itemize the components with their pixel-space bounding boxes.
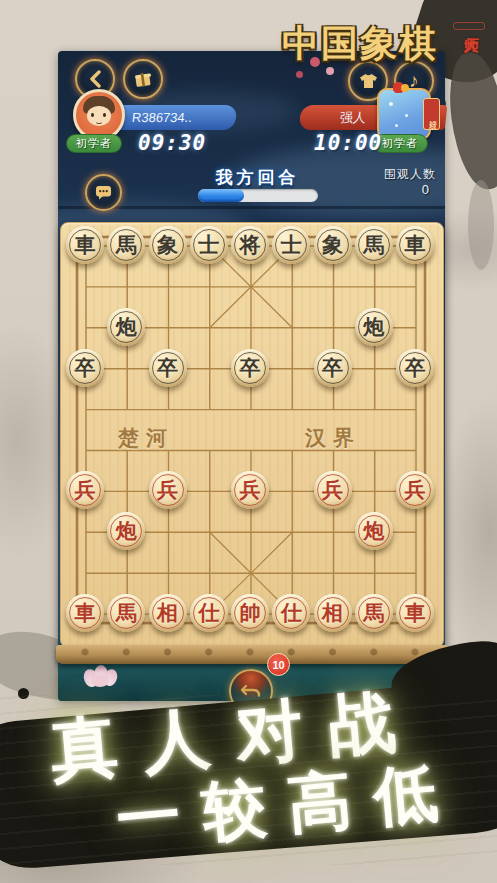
board-intersection[interactable] — [271, 265, 312, 306]
board-intersection[interactable] — [106, 429, 147, 470]
board-intersection[interactable] — [271, 429, 312, 470]
right-player-timer: 10:00 — [314, 131, 382, 155]
red-piece[interactable]: 兵 — [149, 471, 187, 509]
spectators-count: 0 — [361, 182, 429, 197]
shirt-icon — [359, 73, 378, 89]
board-intersection[interactable]: 卒 — [394, 347, 435, 388]
board-intersection[interactable]: 馬 — [106, 225, 147, 266]
board-intersection[interactable] — [188, 347, 229, 388]
board-intersection[interactable]: 帥 — [229, 593, 270, 634]
board-intersection[interactable] — [229, 552, 270, 593]
board-intersection[interactable]: 仕 — [188, 593, 229, 634]
board-intersection[interactable] — [106, 347, 147, 388]
board-intersection[interactable] — [353, 429, 394, 470]
board-intersection[interactable] — [106, 265, 147, 306]
master-badge: 大师 — [453, 22, 485, 30]
black-piece[interactable]: 炮 — [355, 308, 393, 346]
ink-dot — [8, 852, 21, 865]
right-player-rank: 初学者 — [382, 137, 418, 149]
red-piece[interactable]: 車 — [66, 594, 104, 632]
board-ledge — [56, 645, 448, 664]
left-player-name: R386734.. — [131, 110, 193, 125]
board-intersection[interactable] — [312, 265, 353, 306]
board-intersection[interactable]: 車 — [64, 225, 105, 266]
left-player-timer: 09:30 — [138, 131, 206, 155]
black-piece[interactable]: 卒 — [66, 349, 104, 387]
red-piece[interactable]: 帥 — [231, 594, 269, 632]
board-intersection[interactable]: 兵 — [394, 470, 435, 511]
board-intersection[interactable] — [312, 388, 353, 429]
red-piece[interactable]: 相 — [149, 594, 187, 632]
board-intersection[interactable]: 炮 — [353, 306, 394, 347]
board-intersection[interactable] — [106, 552, 147, 593]
board-intersection[interactable] — [64, 388, 105, 429]
left-player-rank-badge: 初学者 — [66, 134, 122, 153]
board-intersection[interactable] — [312, 511, 353, 552]
lucky-envelope-tag: 好运 — [423, 98, 440, 130]
black-piece[interactable]: 馬 — [355, 226, 393, 264]
board-intersection[interactable] — [312, 429, 353, 470]
black-piece[interactable]: 卒 — [231, 349, 269, 387]
board-intersection[interactable]: 炮 — [106, 306, 147, 347]
red-piece[interactable]: 馬 — [107, 594, 145, 632]
board-intersection[interactable]: 卒 — [312, 347, 353, 388]
left-player-name-plate: R386734.. — [115, 105, 238, 130]
board-intersection[interactable]: 象 — [147, 225, 188, 266]
board-intersection[interactable]: 相 — [147, 593, 188, 634]
board-intersection[interactable]: 兵 — [147, 470, 188, 511]
board-intersection[interactable] — [394, 388, 435, 429]
board-intersection[interactable]: 兵 — [64, 470, 105, 511]
black-piece[interactable]: 象 — [314, 226, 352, 264]
board-intersection[interactable]: 馬 — [353, 593, 394, 634]
board-intersection[interactable] — [147, 552, 188, 593]
board-intersection[interactable]: 将 — [229, 225, 270, 266]
board-intersection[interactable] — [147, 511, 188, 552]
right-player-name: 强人 — [339, 110, 367, 125]
turn-progress-bar — [198, 189, 318, 202]
board-intersection[interactable] — [394, 265, 435, 306]
board-intersection[interactable] — [188, 388, 229, 429]
ink-wash-right — [468, 180, 494, 270]
board-intersection[interactable] — [353, 347, 394, 388]
lotus-flower — [80, 659, 120, 693]
black-piece[interactable]: 卒 — [396, 349, 434, 387]
right-player-avatar[interactable]: 好运 — [377, 88, 431, 140]
board-intersection[interactable] — [271, 306, 312, 347]
board-intersection[interactable]: 炮 — [353, 511, 394, 552]
board-intersection[interactable]: 兵 — [312, 470, 353, 511]
red-piece[interactable]: 兵 — [231, 471, 269, 509]
app-title: 中国象棋 — [282, 19, 438, 69]
board-intersection[interactable] — [188, 306, 229, 347]
board-intersection[interactable]: 相 — [312, 593, 353, 634]
board-intersection[interactable]: 車 — [394, 593, 435, 634]
board-intersection[interactable] — [394, 306, 435, 347]
board-intersection[interactable] — [147, 306, 188, 347]
gift-button[interactable] — [123, 59, 163, 99]
black-piece[interactable]: 象 — [149, 226, 187, 264]
board-intersection[interactable] — [64, 511, 105, 552]
screen: 中国象棋 大师 — [0, 0, 497, 883]
undo-count-badge: 10 — [267, 653, 290, 676]
ink-dot — [478, 664, 487, 673]
board-intersection[interactable]: 車 — [394, 225, 435, 266]
ink-dot — [18, 688, 29, 699]
board-intersection[interactable]: 士 — [188, 225, 229, 266]
blossom-decoration — [296, 71, 303, 78]
board-intersection[interactable] — [188, 470, 229, 511]
red-piece[interactable]: 相 — [314, 594, 352, 632]
ink-dot — [462, 700, 476, 714]
board-intersection[interactable] — [312, 552, 353, 593]
board-intersection[interactable] — [271, 347, 312, 388]
red-piece[interactable]: 兵 — [314, 471, 352, 509]
black-piece[interactable]: 車 — [396, 226, 434, 264]
panel-divider — [58, 206, 445, 209]
board-intersection[interactable]: 車 — [64, 593, 105, 634]
chat-button[interactable] — [85, 174, 122, 211]
board-intersection[interactable] — [106, 470, 147, 511]
board-intersection[interactable]: 兵 — [229, 470, 270, 511]
board-intersection[interactable] — [188, 265, 229, 306]
board-intersection[interactable] — [353, 388, 394, 429]
board-intersection[interactable] — [353, 552, 394, 593]
board-intersection[interactable] — [271, 388, 312, 429]
board-intersection[interactable] — [106, 388, 147, 429]
red-piece[interactable]: 仕 — [190, 594, 228, 632]
red-piece[interactable]: 車 — [396, 594, 434, 632]
board-intersection[interactable] — [147, 388, 188, 429]
red-piece[interactable]: 炮 — [355, 512, 393, 550]
board-intersection[interactable]: 仕 — [271, 593, 312, 634]
board-intersection[interactable] — [229, 511, 270, 552]
red-piece[interactable]: 仕 — [272, 594, 310, 632]
red-piece[interactable]: 馬 — [355, 594, 393, 632]
board-intersection[interactable] — [64, 552, 105, 593]
board-intersection[interactable] — [271, 470, 312, 511]
board-intersection[interactable] — [271, 511, 312, 552]
board-intersection[interactable]: 馬 — [353, 225, 394, 266]
chat-bubble-icon — [95, 185, 112, 200]
board-intersection[interactable]: 卒 — [147, 347, 188, 388]
board-intersection[interactable] — [312, 306, 353, 347]
board-intersection[interactable] — [394, 552, 435, 593]
black-piece[interactable]: 卒 — [314, 349, 352, 387]
board-intersection[interactable]: 卒 — [64, 347, 105, 388]
black-piece[interactable]: 卒 — [149, 349, 187, 387]
ribbon-bow-icon — [393, 82, 417, 94]
board-intersection[interactable] — [394, 511, 435, 552]
board-intersection[interactable] — [147, 265, 188, 306]
black-piece[interactable]: 馬 — [107, 226, 145, 264]
turn-indicator: 我方回合 — [180, 166, 335, 189]
board-intersection[interactable]: 卒 — [229, 347, 270, 388]
board-intersection[interactable] — [353, 470, 394, 511]
turn-progress-fill — [198, 189, 244, 202]
black-piece[interactable]: 車 — [66, 226, 104, 264]
black-piece[interactable]: 炮 — [107, 308, 145, 346]
board-intersection[interactable] — [271, 552, 312, 593]
board-intersection[interactable] — [229, 306, 270, 347]
board-intersection[interactable] — [188, 429, 229, 470]
board-intersection[interactable]: 士 — [271, 225, 312, 266]
board-intersection[interactable]: 炮 — [106, 511, 147, 552]
board-intersection[interactable] — [147, 429, 188, 470]
board-intersection[interactable] — [229, 265, 270, 306]
red-piece[interactable]: 兵 — [66, 471, 104, 509]
black-piece[interactable]: 将 — [231, 226, 269, 264]
spectators-label: 围观人数 — [361, 166, 436, 183]
red-piece[interactable]: 兵 — [396, 471, 434, 509]
board-intersection[interactable] — [188, 511, 229, 552]
board-grid: 車馬象士将士象馬車炮炮卒卒卒卒卒兵兵兵兵兵炮炮車馬相仕帥仕相馬車 — [64, 225, 435, 634]
board-intersection[interactable] — [64, 429, 105, 470]
board-intersection[interactable]: 馬 — [106, 593, 147, 634]
board-intersection[interactable] — [229, 388, 270, 429]
board-intersection[interactable] — [64, 306, 105, 347]
board-intersection[interactable] — [353, 265, 394, 306]
board-intersection[interactable]: 象 — [312, 225, 353, 266]
gift-icon — [134, 71, 152, 88]
board-intersection[interactable] — [64, 265, 105, 306]
left-player-rank: 初学者 — [76, 137, 112, 149]
board-intersection[interactable] — [394, 429, 435, 470]
chevron-left-icon — [88, 70, 102, 88]
red-piece[interactable]: 炮 — [107, 512, 145, 550]
black-piece[interactable]: 士 — [272, 226, 310, 264]
board-intersection[interactable] — [229, 429, 270, 470]
black-piece[interactable]: 士 — [190, 226, 228, 264]
board-intersection[interactable] — [188, 552, 229, 593]
